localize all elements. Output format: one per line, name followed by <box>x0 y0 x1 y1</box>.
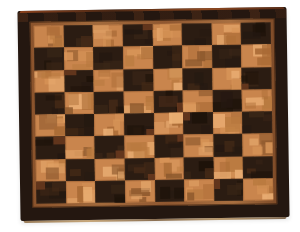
wood-accent-patch <box>214 178 220 188</box>
wood-grain-patch <box>93 29 111 39</box>
square-e5[interactable] <box>153 90 183 113</box>
wood-grain-patch <box>46 95 62 101</box>
wood-grain-patch <box>68 92 79 106</box>
wood-grain-patch <box>232 28 240 34</box>
wood-grain-patch <box>47 48 63 58</box>
board-bottom-edge <box>24 217 287 223</box>
wood-grain-patch <box>81 36 93 47</box>
square-d2[interactable] <box>125 157 155 180</box>
wood-grain-patch <box>185 59 202 66</box>
square-g5[interactable] <box>212 89 242 112</box>
wood-grain-patch <box>242 76 248 83</box>
wood-grain-patch <box>47 26 60 35</box>
square-a1[interactable] <box>36 181 66 204</box>
wood-grain-patch <box>198 147 212 155</box>
wood-grain-patch <box>201 125 210 135</box>
square-c3[interactable] <box>95 136 125 159</box>
square-c2[interactable] <box>95 158 125 181</box>
wood-grain-patch <box>36 139 53 145</box>
square-b6[interactable] <box>64 69 94 92</box>
wood-grain-patch <box>255 48 272 54</box>
square-f6[interactable] <box>182 68 212 91</box>
square-f1[interactable] <box>184 179 214 202</box>
wood-grain-patch <box>111 185 126 194</box>
wood-grain-patch <box>65 52 74 61</box>
square-b5[interactable] <box>64 92 94 115</box>
square-h4[interactable] <box>242 111 272 134</box>
board-grid <box>34 22 274 203</box>
wood-accent-patch <box>53 137 65 145</box>
wood-grain-patch <box>78 127 93 136</box>
square-h5[interactable] <box>242 89 272 112</box>
square-d3[interactable] <box>124 135 154 158</box>
wood-grain-patch <box>125 56 134 67</box>
wood-grain-patch <box>225 117 240 132</box>
square-h2[interactable] <box>243 156 273 179</box>
square-h8[interactable] <box>241 22 271 45</box>
wood-grain-patch <box>118 172 125 179</box>
square-d8[interactable] <box>123 24 153 47</box>
square-f7[interactable] <box>182 45 212 68</box>
square-b7[interactable] <box>64 47 94 70</box>
square-a6[interactable] <box>34 70 64 93</box>
wood-grain-patch <box>257 57 271 65</box>
wood-grain-patch <box>65 150 82 159</box>
wood-grain-patch <box>245 103 256 109</box>
square-h1[interactable] <box>243 178 273 201</box>
wood-grain-patch <box>229 49 242 56</box>
wood-accent-patch <box>142 24 152 30</box>
square-c1[interactable] <box>95 180 125 203</box>
wood-grain-patch <box>225 58 241 68</box>
wood-grain-patch <box>242 125 251 134</box>
wood-grain-patch <box>165 173 181 179</box>
wood-grain-patch <box>130 103 144 113</box>
wood-grain-patch <box>167 68 183 80</box>
wood-grain-patch <box>263 114 272 122</box>
square-b3[interactable] <box>65 136 95 159</box>
square-e2[interactable] <box>154 157 184 180</box>
square-a4[interactable] <box>35 114 65 137</box>
square-c7[interactable] <box>93 47 123 70</box>
square-a5[interactable] <box>35 92 65 115</box>
wood-grain-patch <box>253 147 263 155</box>
wood-grain-patch <box>174 188 184 199</box>
wood-grain-patch <box>232 147 243 154</box>
wood-accent-patch <box>36 181 45 189</box>
square-g4[interactable] <box>213 112 243 135</box>
square-g1[interactable] <box>214 178 244 201</box>
wood-grain-patch <box>170 148 184 158</box>
square-d7[interactable] <box>123 46 153 69</box>
wood-grain-patch <box>111 73 123 88</box>
wood-grain-patch <box>235 169 243 178</box>
wood-grain-patch <box>146 98 154 110</box>
wood-grain-patch <box>255 160 262 165</box>
square-b1[interactable] <box>66 181 96 204</box>
square-g3[interactable] <box>213 134 243 157</box>
wood-grain-patch <box>199 90 213 96</box>
wood-grain-patch <box>125 29 143 34</box>
wood-grain-patch <box>221 92 233 108</box>
square-c8[interactable] <box>93 24 123 47</box>
square-f5[interactable] <box>183 90 213 113</box>
wood-grain-patch <box>189 180 199 187</box>
wood-grain-patch <box>41 72 61 79</box>
square-e3[interactable] <box>154 135 184 158</box>
wood-grain-patch <box>255 23 265 33</box>
wood-grain-patch <box>196 102 213 113</box>
wood-grain-patch <box>77 186 84 202</box>
wood-grain-patch <box>115 113 124 121</box>
wood-grain-patch <box>194 72 204 85</box>
square-c4[interactable] <box>94 113 124 136</box>
board-frame <box>30 18 278 208</box>
square-e6[interactable] <box>153 68 183 91</box>
wood-grain-patch <box>265 142 272 153</box>
wood-grain-patch <box>98 69 110 77</box>
square-h6[interactable] <box>242 67 272 90</box>
wood-grain-patch <box>224 33 241 45</box>
wood-grain-patch <box>232 70 240 78</box>
square-e4[interactable] <box>153 113 183 136</box>
square-a3[interactable] <box>35 137 65 160</box>
wood-grain-patch <box>184 171 192 179</box>
wood-grain-patch <box>84 114 95 127</box>
wood-grain-patch <box>200 51 212 60</box>
square-a7[interactable] <box>34 48 64 71</box>
square-h3[interactable] <box>243 133 273 156</box>
square-g8[interactable] <box>211 23 241 46</box>
square-f4[interactable] <box>183 112 213 135</box>
square-h7[interactable] <box>241 44 271 67</box>
wood-grain-patch <box>170 24 183 31</box>
wood-grain-patch <box>161 186 171 199</box>
wood-grain-patch <box>232 79 242 90</box>
square-d1[interactable] <box>125 180 155 203</box>
wood-grain-patch <box>130 190 150 196</box>
square-b4[interactable] <box>65 114 95 137</box>
wood-grain-patch <box>172 54 180 69</box>
wood-grain-patch <box>46 167 59 180</box>
wood-accent-patch <box>183 112 190 120</box>
square-d4[interactable] <box>124 113 154 136</box>
wood-grain-patch <box>249 111 264 117</box>
square-f2[interactable] <box>184 157 214 180</box>
wood-grain-patch <box>145 39 153 44</box>
wood-grain-patch <box>70 169 81 176</box>
wood-grain-patch <box>257 186 269 195</box>
wood-grain-patch <box>199 29 211 36</box>
square-a8[interactable] <box>34 25 64 48</box>
wood-grain-patch <box>204 168 213 178</box>
wood-grain-patch <box>137 54 144 60</box>
wood-grain-patch <box>94 80 105 86</box>
wood-grain-patch <box>203 184 214 199</box>
square-d6[interactable] <box>123 69 153 92</box>
wood-grain-patch <box>159 96 179 107</box>
square-g7[interactable] <box>212 45 242 68</box>
wood-grain-patch <box>262 89 269 99</box>
wood-grain-patch <box>134 167 145 174</box>
wood-grain-patch <box>126 142 146 150</box>
wood-grain-patch <box>128 125 145 136</box>
square-a2[interactable] <box>36 159 66 182</box>
square-c5[interactable] <box>94 91 124 114</box>
square-f8[interactable] <box>182 23 212 46</box>
wood-grain-patch <box>169 142 181 148</box>
square-b8[interactable] <box>63 25 93 48</box>
square-d5[interactable] <box>124 91 154 114</box>
wood-grain-patch <box>115 197 125 203</box>
chess-board <box>17 7 289 221</box>
square-g2[interactable] <box>213 156 243 179</box>
wood-accent-patch <box>64 69 76 75</box>
square-e1[interactable] <box>154 179 184 202</box>
square-c6[interactable] <box>94 69 124 92</box>
square-b2[interactable] <box>65 158 95 181</box>
square-e7[interactable] <box>152 46 182 69</box>
photo-background: Empty wooden end-grain chessboard photog… <box>0 0 300 232</box>
wood-grain-patch <box>54 126 65 136</box>
square-e8[interactable] <box>152 24 182 47</box>
square-g6[interactable] <box>212 67 242 90</box>
wood-grain-patch <box>86 149 95 159</box>
wood-grain-patch <box>71 86 91 92</box>
wood-grain-patch <box>169 113 183 124</box>
wood-grain-patch <box>185 105 195 112</box>
wood-grain-patch <box>192 113 208 124</box>
wood-grain-patch <box>185 138 200 145</box>
wood-grain-patch <box>227 185 241 195</box>
square-f3[interactable] <box>183 134 213 157</box>
wood-grain-patch <box>250 139 259 146</box>
wood-grain-patch <box>94 104 108 114</box>
wood-grain-patch <box>187 193 194 200</box>
